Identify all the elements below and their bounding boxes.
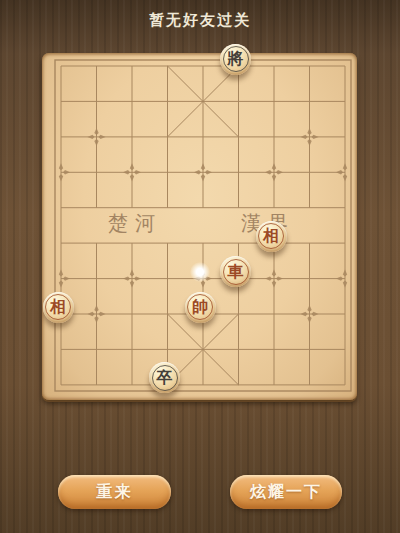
piece-glyph: 相: [263, 228, 279, 244]
page-title: 暂无好友过关: [0, 11, 400, 30]
piece-glyph: 卒: [157, 370, 173, 386]
piece-glyph: 帥: [192, 299, 208, 315]
river-label-left: 楚河: [108, 210, 162, 237]
piece-glyph: 將: [228, 51, 244, 67]
piece-red-chariot[interactable]: 車: [220, 256, 251, 287]
xiangqi-board[interactable]: 楚河 漢界 將相車相帥卒: [42, 53, 357, 400]
piece-glyph: 相: [50, 299, 66, 315]
board-grid: [42, 53, 357, 400]
piece-black-general[interactable]: 將: [220, 44, 251, 75]
show-off-button[interactable]: 炫耀一下: [230, 475, 342, 509]
piece-red-elephant-left[interactable]: 相: [43, 292, 74, 323]
piece-red-general[interactable]: 帥: [185, 292, 216, 323]
piece-glyph: 車: [228, 264, 244, 280]
move-highlight-dot: [190, 262, 210, 282]
piece-red-elephant-right[interactable]: 相: [256, 221, 287, 252]
restart-button[interactable]: 重来: [58, 475, 171, 509]
